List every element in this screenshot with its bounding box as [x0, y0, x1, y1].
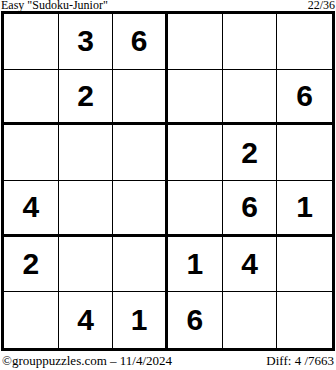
cell-r5c2[interactable] [59, 237, 114, 293]
cell-r1c1[interactable] [4, 14, 59, 70]
puzzle-counter: 22/36 [308, 0, 335, 11]
cell-r1c2[interactable]: 3 [59, 14, 114, 70]
cell-r1c4[interactable] [168, 14, 223, 70]
cell-r2c2[interactable]: 2 [59, 70, 114, 126]
footer: ©grouppuzzles.com – 11/4/2024 Diff: 4 /7… [2, 354, 334, 368]
cell-r5c5[interactable]: 4 [223, 237, 278, 293]
cell-r3c5[interactable]: 2 [223, 125, 278, 181]
cell-r2c1[interactable] [4, 70, 59, 126]
difficulty-text: Diff: 4 /7663 [266, 354, 334, 368]
cell-r2c3[interactable] [113, 70, 168, 126]
cell-r5c3[interactable] [113, 237, 168, 293]
cell-r4c5[interactable]: 6 [223, 181, 278, 237]
cell-r5c6[interactable] [277, 237, 332, 293]
copyright-text: ©grouppuzzles.com – 11/4/2024 [2, 354, 172, 368]
cell-r5c4[interactable]: 1 [168, 237, 223, 293]
cell-r5c1[interactable]: 2 [4, 237, 59, 293]
cell-r3c6[interactable] [277, 125, 332, 181]
cell-r4c6[interactable]: 1 [277, 181, 332, 237]
header: Easy "Sudoku-Junior" 22/36 [1, 0, 335, 11]
sudoku-junior-page: Easy "Sudoku-Junior" 22/36 3 6 2 6 2 4 6… [0, 0, 336, 370]
cell-r3c3[interactable] [113, 125, 168, 181]
cell-r6c3[interactable]: 1 [113, 292, 168, 348]
cell-r6c2[interactable]: 4 [59, 292, 114, 348]
sudoku-board: 3 6 2 6 2 4 6 1 2 1 4 4 1 6 [1, 11, 335, 351]
cell-r3c4[interactable] [168, 125, 223, 181]
cell-r3c2[interactable] [59, 125, 114, 181]
cell-r2c5[interactable] [223, 70, 278, 126]
cell-r4c1[interactable]: 4 [4, 181, 59, 237]
cell-r2c4[interactable] [168, 70, 223, 126]
cell-r4c3[interactable] [113, 181, 168, 237]
cell-r6c4[interactable]: 6 [168, 292, 223, 348]
cell-r2c6[interactable]: 6 [277, 70, 332, 126]
cell-r4c4[interactable] [168, 181, 223, 237]
cell-r1c5[interactable] [223, 14, 278, 70]
cell-r6c5[interactable] [223, 292, 278, 348]
cell-r3c1[interactable] [4, 125, 59, 181]
cell-r1c6[interactable] [277, 14, 332, 70]
puzzle-title: Easy "Sudoku-Junior" [1, 0, 108, 11]
cell-r1c3[interactable]: 6 [113, 14, 168, 70]
cell-r6c1[interactable] [4, 292, 59, 348]
cell-r6c6[interactable] [277, 292, 332, 348]
cell-r4c2[interactable] [59, 181, 114, 237]
